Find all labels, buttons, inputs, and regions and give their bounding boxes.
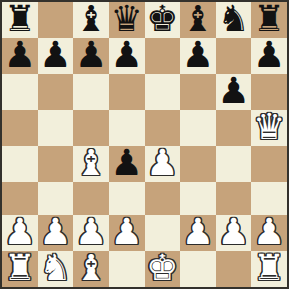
piece-white-rook: ♜ — [4, 250, 36, 286]
square-b4[interactable] — [38, 146, 74, 182]
chess-board: ♜♝♛♚♝♞♜♟♟♟♟♟♟♟♛♝♟♟♟♟♟♟♟♟♟♜♞♝♚♜ — [0, 0, 289, 289]
square-f2[interactable]: ♟ — [180, 215, 216, 251]
square-f5[interactable] — [180, 110, 216, 146]
piece-white-pawn: ♟ — [182, 214, 214, 250]
piece-white-queen: ♛ — [253, 109, 285, 145]
piece-white-pawn: ♟ — [146, 145, 178, 181]
square-d5[interactable] — [109, 110, 145, 146]
piece-black-bishop: ♝ — [75, 1, 107, 37]
square-h6[interactable] — [251, 74, 287, 110]
square-c1[interactable]: ♝ — [73, 251, 109, 287]
square-g8[interactable]: ♞ — [216, 2, 252, 38]
piece-black-pawn: ♟ — [253, 37, 285, 73]
square-f1[interactable] — [180, 251, 216, 287]
square-e1[interactable]: ♚ — [145, 251, 181, 287]
square-g6[interactable]: ♟ — [216, 74, 252, 110]
square-a4[interactable] — [2, 146, 38, 182]
square-g4[interactable] — [216, 146, 252, 182]
piece-black-rook: ♜ — [253, 1, 285, 37]
square-e6[interactable] — [145, 74, 181, 110]
square-f4[interactable] — [180, 146, 216, 182]
square-e3[interactable] — [145, 182, 181, 215]
piece-black-pawn: ♟ — [217, 73, 249, 109]
square-a7[interactable]: ♟ — [2, 38, 38, 74]
square-b6[interactable] — [38, 74, 74, 110]
piece-black-pawn: ♟ — [4, 37, 36, 73]
square-h8[interactable]: ♜ — [251, 2, 287, 38]
square-c8[interactable]: ♝ — [73, 2, 109, 38]
square-e5[interactable] — [145, 110, 181, 146]
piece-black-king: ♚ — [146, 1, 178, 37]
square-c2[interactable]: ♟ — [73, 215, 109, 251]
square-a2[interactable]: ♟ — [2, 215, 38, 251]
square-e2[interactable] — [145, 215, 181, 251]
piece-white-pawn: ♟ — [39, 214, 71, 250]
square-d1[interactable] — [109, 251, 145, 287]
piece-white-bishop: ♝ — [75, 250, 107, 286]
piece-black-pawn: ♟ — [111, 37, 143, 73]
square-a5[interactable] — [2, 110, 38, 146]
square-c7[interactable]: ♟ — [73, 38, 109, 74]
piece-black-knight: ♞ — [217, 1, 249, 37]
piece-black-pawn: ♟ — [75, 37, 107, 73]
square-b1[interactable]: ♞ — [38, 251, 74, 287]
square-g7[interactable] — [216, 38, 252, 74]
piece-white-pawn: ♟ — [75, 214, 107, 250]
square-d6[interactable] — [109, 74, 145, 110]
piece-black-queen: ♛ — [111, 1, 143, 37]
piece-white-pawn: ♟ — [111, 214, 143, 250]
square-h1[interactable]: ♜ — [251, 251, 287, 287]
piece-white-bishop: ♝ — [75, 145, 107, 181]
square-e8[interactable]: ♚ — [145, 2, 181, 38]
piece-black-pawn: ♟ — [39, 37, 71, 73]
piece-white-pawn: ♟ — [4, 214, 36, 250]
square-e4[interactable]: ♟ — [145, 146, 181, 182]
piece-white-pawn: ♟ — [217, 214, 249, 250]
piece-white-rook: ♜ — [253, 250, 285, 286]
square-g5[interactable] — [216, 110, 252, 146]
square-d8[interactable]: ♛ — [109, 2, 145, 38]
square-c4[interactable]: ♝ — [73, 146, 109, 182]
square-c6[interactable] — [73, 74, 109, 110]
piece-black-rook: ♜ — [4, 1, 36, 37]
square-a8[interactable]: ♜ — [2, 2, 38, 38]
square-f8[interactable]: ♝ — [180, 2, 216, 38]
piece-white-pawn: ♟ — [253, 214, 285, 250]
square-h2[interactable]: ♟ — [251, 215, 287, 251]
square-c5[interactable] — [73, 110, 109, 146]
square-h4[interactable] — [251, 146, 287, 182]
square-b8[interactable] — [38, 2, 74, 38]
piece-black-pawn: ♟ — [182, 37, 214, 73]
square-d7[interactable]: ♟ — [109, 38, 145, 74]
square-g1[interactable] — [216, 251, 252, 287]
square-b5[interactable] — [38, 110, 74, 146]
square-f7[interactable]: ♟ — [180, 38, 216, 74]
square-f6[interactable] — [180, 74, 216, 110]
square-b7[interactable]: ♟ — [38, 38, 74, 74]
square-d4[interactable]: ♟ — [109, 146, 145, 182]
piece-black-bishop: ♝ — [182, 1, 214, 37]
piece-black-pawn: ♟ — [111, 145, 143, 181]
piece-white-king: ♚ — [146, 250, 178, 286]
square-e7[interactable] — [145, 38, 181, 74]
square-h5[interactable]: ♛ — [251, 110, 287, 146]
square-b2[interactable]: ♟ — [38, 215, 74, 251]
square-d2[interactable]: ♟ — [109, 215, 145, 251]
piece-white-knight: ♞ — [39, 250, 71, 286]
square-g2[interactable]: ♟ — [216, 215, 252, 251]
square-a1[interactable]: ♜ — [2, 251, 38, 287]
square-a6[interactable] — [2, 74, 38, 110]
square-h7[interactable]: ♟ — [251, 38, 287, 74]
